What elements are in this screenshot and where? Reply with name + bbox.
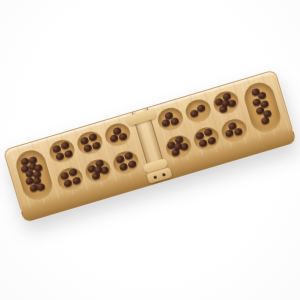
- seed: [109, 134, 119, 143]
- pit-front-1[interactable]: [55, 165, 85, 193]
- pit-back-4[interactable]: [155, 105, 185, 133]
- pit-front-4[interactable]: [163, 133, 193, 161]
- seed: [161, 118, 171, 127]
- right-store: [241, 79, 284, 135]
- seed: [260, 116, 270, 125]
- board-top-face: [3, 69, 293, 211]
- pit-front-2[interactable]: [83, 156, 113, 184]
- seed: [55, 152, 65, 161]
- seed: [63, 179, 73, 188]
- seed: [204, 128, 214, 137]
- seed: [60, 141, 70, 150]
- clasp-hole-icon: [153, 175, 157, 179]
- seed: [63, 149, 73, 158]
- pit-back-5[interactable]: [183, 97, 213, 125]
- seed: [83, 144, 93, 153]
- pit-back-2[interactable]: [75, 129, 105, 157]
- seed: [196, 104, 206, 113]
- seed: [68, 168, 78, 177]
- seed: [71, 177, 81, 186]
- product-photo-background: [0, 0, 300, 300]
- pit-front-3[interactable]: [111, 148, 141, 176]
- pit-back-6[interactable]: [211, 89, 241, 117]
- mancala-board: [3, 69, 297, 224]
- seed: [234, 127, 244, 136]
- left-store: [13, 146, 56, 202]
- seed: [88, 133, 98, 142]
- pit-front-5[interactable]: [191, 124, 221, 152]
- hinge-back-block: [125, 108, 157, 126]
- seed: [91, 141, 101, 150]
- clasp-hole-icon: [162, 172, 166, 176]
- seed: [36, 183, 46, 192]
- pit-front-6[interactable]: [219, 116, 249, 144]
- seed: [124, 152, 134, 161]
- seed: [207, 136, 217, 145]
- pit-back-1[interactable]: [47, 137, 77, 165]
- seed: [119, 163, 129, 172]
- seed: [127, 160, 137, 169]
